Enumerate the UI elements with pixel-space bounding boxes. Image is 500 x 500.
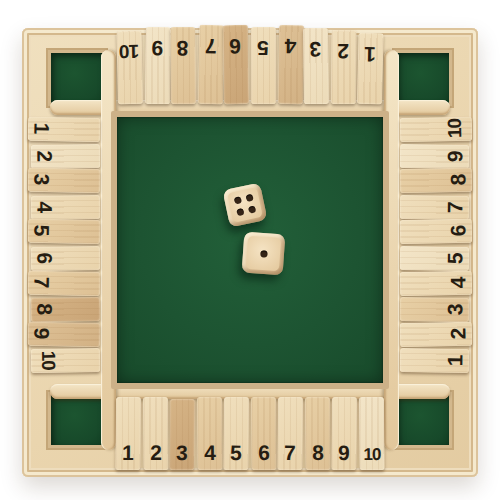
tile-right-3[interactable]: 3 xyxy=(400,297,469,322)
die-showing-four[interactable] xyxy=(222,182,267,227)
tile-top-4[interactable]: 4 xyxy=(278,25,304,104)
tile-top-9[interactable]: 9 xyxy=(145,27,170,104)
tile-column-right: 10 9 8 7 6 5 4 3 2 1 xyxy=(400,118,472,372)
tile-bottom-2[interactable]: 2 xyxy=(143,397,169,470)
tile-left-1[interactable]: 1 xyxy=(28,117,100,142)
tile-bottom-1[interactable]: 1 xyxy=(115,397,141,470)
tile-bottom-9[interactable]: 9 xyxy=(331,397,357,470)
tile-right-2[interactable]: 2 xyxy=(400,322,472,347)
tile-left-3[interactable]: 3 xyxy=(28,168,100,193)
tile-top-1[interactable]: 1 xyxy=(357,33,383,105)
die-pip xyxy=(236,208,244,216)
tile-left-7[interactable]: 7 xyxy=(28,270,100,295)
tile-bottom-4[interactable]: 4 xyxy=(197,397,223,470)
tile-bottom-7[interactable]: 7 xyxy=(277,397,303,470)
tile-top-3[interactable]: 3 xyxy=(303,28,329,104)
shut-the-box-board: 10 9 8 7 6 5 4 3 2 1 1 2 3 4 5 6 7 8 9 1… xyxy=(22,28,478,477)
tile-right-7[interactable]: 7 xyxy=(400,195,469,220)
photo-stage: 10 9 8 7 6 5 4 3 2 1 1 2 3 4 5 6 7 8 9 1… xyxy=(0,0,500,500)
die-face xyxy=(246,236,281,271)
die-pip xyxy=(245,194,253,202)
die-face xyxy=(227,187,263,223)
tile-left-4[interactable]: 4 xyxy=(31,195,100,220)
tile-left-9[interactable]: 9 xyxy=(28,321,100,346)
tile-top-7[interactable]: 7 xyxy=(198,25,224,104)
tile-top-10[interactable]: 10 xyxy=(116,31,142,104)
tile-top-5[interactable]: 5 xyxy=(251,27,276,104)
tile-top-8[interactable]: 8 xyxy=(171,27,196,104)
corner-felt-bottom-left xyxy=(48,392,106,448)
tile-bottom-8[interactable]: 8 xyxy=(305,397,331,470)
die-pip xyxy=(234,196,242,204)
tile-left-2[interactable]: 2 xyxy=(31,144,100,169)
tile-row-bottom: 1 2 3 4 5 6 7 8 9 10 xyxy=(116,397,384,470)
corner-felt-bottom-right xyxy=(394,392,452,448)
tile-row-top: 10 9 8 7 6 5 4 3 2 1 xyxy=(118,25,382,104)
tile-left-6[interactable]: 6 xyxy=(31,246,100,271)
tile-right-8[interactable]: 8 xyxy=(400,168,472,193)
tile-right-1[interactable]: 1 xyxy=(400,348,469,373)
tile-right-10[interactable]: 10 xyxy=(400,117,472,142)
tile-column-left: 1 2 3 4 5 6 7 8 9 10 xyxy=(28,118,100,372)
tile-right-5[interactable]: 5 xyxy=(400,246,469,271)
tile-bottom-6[interactable]: 6 xyxy=(251,397,277,470)
tile-top-2[interactable]: 2 xyxy=(331,30,356,104)
tile-left-10[interactable]: 10 xyxy=(31,348,100,373)
corner-felt-top-right xyxy=(394,50,452,106)
tile-right-4[interactable]: 4 xyxy=(400,270,472,295)
tile-bottom-3[interactable]: 3 xyxy=(169,399,195,470)
tile-top-6[interactable]: 6 xyxy=(223,25,249,104)
die-showing-one[interactable] xyxy=(242,232,286,276)
tile-left-5[interactable]: 5 xyxy=(28,219,100,244)
tile-right-6[interactable]: 6 xyxy=(400,219,472,244)
tile-bottom-5[interactable]: 5 xyxy=(223,397,249,470)
tile-bottom-10[interactable]: 10 xyxy=(359,397,385,470)
corner-felt-top-left xyxy=(48,50,106,106)
tile-left-8[interactable]: 8 xyxy=(31,297,100,322)
die-pip xyxy=(260,250,267,257)
tile-right-9[interactable]: 9 xyxy=(400,144,469,169)
die-pip xyxy=(248,205,256,213)
